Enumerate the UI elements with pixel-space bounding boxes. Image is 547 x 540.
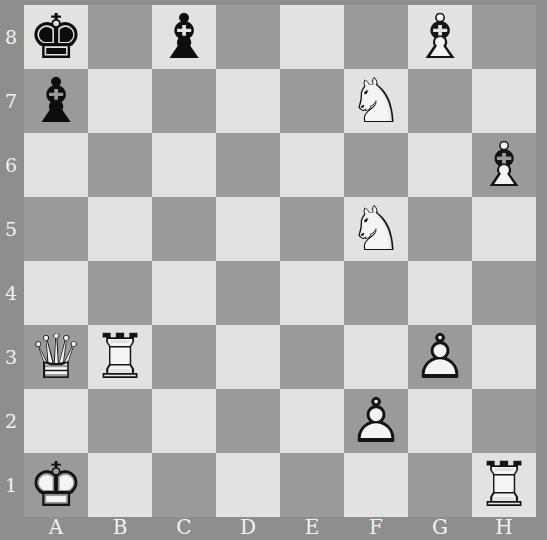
rank-labels: 87654321 [0,5,24,517]
white-knight-glyph-outline: ♘ [344,197,408,261]
square-a7[interactable]: ♝ [24,69,88,133]
square-d7[interactable] [216,69,280,133]
square-g5[interactable] [408,197,472,261]
square-c1[interactable] [152,453,216,517]
white-king-glyph-outline: ♔ [24,453,88,517]
square-d3[interactable] [216,325,280,389]
piece-white-king[interactable]: ♚♔ [24,453,88,517]
square-d1[interactable] [216,453,280,517]
black-bishop-glyph-fill: ♝ [152,5,216,69]
file-label-d: D [216,516,280,540]
square-b3[interactable]: ♜♖ [88,325,152,389]
square-f2[interactable]: ♟♙ [344,389,408,453]
square-b1[interactable] [88,453,152,517]
square-c6[interactable] [152,133,216,197]
square-h5[interactable] [472,197,536,261]
square-e1[interactable] [280,453,344,517]
piece-white-rook[interactable]: ♜♖ [472,453,536,517]
square-h4[interactable] [472,261,536,325]
square-c5[interactable] [152,197,216,261]
white-rook-glyph-outline: ♖ [88,325,152,389]
square-b4[interactable] [88,261,152,325]
square-c2[interactable] [152,389,216,453]
square-g2[interactable] [408,389,472,453]
square-a6[interactable] [24,133,88,197]
black-king-glyph-fill: ♚ [24,5,88,69]
square-a2[interactable] [24,389,88,453]
square-b7[interactable] [88,69,152,133]
black-bishop-glyph-fill: ♝ [24,69,88,133]
file-label-e: E [280,516,344,540]
square-a5[interactable] [24,197,88,261]
square-d4[interactable] [216,261,280,325]
square-a8[interactable]: ♚ [24,5,88,69]
white-queen-glyph-outline: ♕ [24,325,88,389]
square-d5[interactable] [216,197,280,261]
rank-label-4: 4 [0,261,22,325]
square-g3[interactable]: ♟♙ [408,325,472,389]
square-d8[interactable] [216,5,280,69]
square-b8[interactable] [88,5,152,69]
square-e3[interactable] [280,325,344,389]
square-e8[interactable] [280,5,344,69]
square-h3[interactable] [472,325,536,389]
white-bishop-glyph-outline: ♗ [472,133,536,197]
square-f5[interactable]: ♞♘ [344,197,408,261]
square-b6[interactable] [88,133,152,197]
square-b5[interactable] [88,197,152,261]
square-f4[interactable] [344,261,408,325]
white-pawn-glyph-outline: ♙ [408,325,472,389]
chess-diagram: 87654321 ♚♝♝♗♝♞♘♝♗♞♘♛♕♜♖♟♙♟♙♚♔♜♖ ABCDEFG… [0,0,547,540]
piece-white-rook[interactable]: ♜♖ [88,325,152,389]
square-g8[interactable]: ♝♗ [408,5,472,69]
piece-white-queen[interactable]: ♛♕ [24,325,88,389]
rank-label-5: 5 [0,197,22,261]
white-rook-glyph-outline: ♖ [472,453,536,517]
square-b2[interactable] [88,389,152,453]
piece-white-bishop[interactable]: ♝♗ [408,5,472,69]
square-f7[interactable]: ♞♘ [344,69,408,133]
piece-black-king[interactable]: ♚ [24,5,88,69]
square-g7[interactable] [408,69,472,133]
file-label-h: H [472,516,536,540]
piece-black-bishop[interactable]: ♝ [152,5,216,69]
file-label-g: G [408,516,472,540]
square-d6[interactable] [216,133,280,197]
square-h8[interactable] [472,5,536,69]
square-h2[interactable] [472,389,536,453]
rank-label-6: 6 [0,133,22,197]
white-bishop-glyph-outline: ♗ [408,5,472,69]
square-a4[interactable] [24,261,88,325]
rank-label-7: 7 [0,69,22,133]
square-c8[interactable]: ♝ [152,5,216,69]
square-g6[interactable] [408,133,472,197]
file-label-c: C [152,516,216,540]
chess-board: ♚♝♝♗♝♞♘♝♗♞♘♛♕♜♖♟♙♟♙♚♔♜♖ [24,5,536,517]
white-knight-glyph-outline: ♘ [344,69,408,133]
file-label-a: A [24,516,88,540]
square-g1[interactable] [408,453,472,517]
square-f8[interactable] [344,5,408,69]
piece-black-bishop[interactable]: ♝ [24,69,88,133]
square-a3[interactable]: ♛♕ [24,325,88,389]
piece-white-knight[interactable]: ♞♘ [344,69,408,133]
square-c7[interactable] [152,69,216,133]
square-e6[interactable] [280,133,344,197]
file-label-f: F [344,516,408,540]
piece-white-pawn[interactable]: ♟♙ [344,389,408,453]
rank-label-1: 1 [0,453,22,517]
square-e4[interactable] [280,261,344,325]
square-f6[interactable] [344,133,408,197]
square-f1[interactable] [344,453,408,517]
square-c4[interactable] [152,261,216,325]
rank-label-3: 3 [0,325,22,389]
square-g4[interactable] [408,261,472,325]
file-label-b: B [88,516,152,540]
file-labels: ABCDEFGH [24,516,536,540]
square-h7[interactable] [472,69,536,133]
piece-white-bishop[interactable]: ♝♗ [472,133,536,197]
white-pawn-glyph-outline: ♙ [344,389,408,453]
square-c3[interactable] [152,325,216,389]
square-a1[interactable]: ♚♔ [24,453,88,517]
square-f3[interactable] [344,325,408,389]
square-e5[interactable] [280,197,344,261]
piece-white-pawn[interactable]: ♟♙ [408,325,472,389]
square-e7[interactable] [280,69,344,133]
rank-label-8: 8 [0,5,22,69]
piece-white-knight[interactable]: ♞♘ [344,197,408,261]
square-d2[interactable] [216,389,280,453]
rank-label-2: 2 [0,389,22,453]
square-h6[interactable]: ♝♗ [472,133,536,197]
square-e2[interactable] [280,389,344,453]
square-h1[interactable]: ♜♖ [472,453,536,517]
